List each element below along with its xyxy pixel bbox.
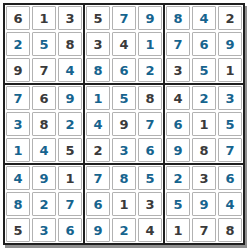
cell-r3c1[interactable]: 9 (6, 58, 30, 82)
cell-r1c5[interactable]: 7 (112, 6, 136, 30)
cell-r2c6[interactable]: 1 (138, 32, 162, 56)
cell-r7c2[interactable]: 9 (32, 166, 56, 190)
cell-r3c5[interactable]: 6 (112, 58, 136, 82)
cell-r5c8[interactable]: 1 (192, 112, 216, 136)
cell-r6c4[interactable]: 2 (86, 138, 110, 162)
cell-r5c4[interactable]: 4 (86, 112, 110, 136)
cell-r8c5[interactable]: 1 (112, 192, 136, 216)
cell-r2c3[interactable]: 8 (58, 32, 82, 56)
box-2-2: 158497236 (85, 85, 163, 163)
cell-r6c6[interactable]: 6 (138, 138, 162, 162)
cell-r5c1[interactable]: 3 (6, 112, 30, 136)
cell-r2c4[interactable]: 3 (86, 32, 110, 56)
cell-r1c3[interactable]: 3 (58, 6, 82, 30)
cell-r3c2[interactable]: 7 (32, 58, 56, 82)
cell-r1c2[interactable]: 1 (32, 6, 56, 30)
cell-r7c6[interactable]: 5 (138, 166, 162, 190)
cell-r1c8[interactable]: 4 (192, 6, 216, 30)
cell-r8c2[interactable]: 2 (32, 192, 56, 216)
cell-r7c5[interactable]: 8 (112, 166, 136, 190)
cell-r8c1[interactable]: 8 (6, 192, 30, 216)
cell-r5c2[interactable]: 8 (32, 112, 56, 136)
cell-r6c2[interactable]: 4 (32, 138, 56, 162)
cell-r5c6[interactable]: 7 (138, 112, 162, 136)
box-3-3: 236594178 (165, 165, 243, 243)
cell-r6c9[interactable]: 7 (218, 138, 242, 162)
cell-r2c5[interactable]: 4 (112, 32, 136, 56)
cell-r1c6[interactable]: 9 (138, 6, 162, 30)
cell-r4c4[interactable]: 1 (86, 86, 110, 110)
cell-r7c7[interactable]: 2 (166, 166, 190, 190)
box-3-1: 491827536 (5, 165, 83, 243)
cell-r8c7[interactable]: 5 (166, 192, 190, 216)
cell-r9c5[interactable]: 2 (112, 218, 136, 242)
cell-r6c8[interactable]: 8 (192, 138, 216, 162)
cell-r4c8[interactable]: 2 (192, 86, 216, 110)
cell-r4c2[interactable]: 6 (32, 86, 56, 110)
cell-r9c9[interactable]: 8 (218, 218, 242, 242)
cell-r3c9[interactable]: 1 (218, 58, 242, 82)
cell-r3c8[interactable]: 5 (192, 58, 216, 82)
cell-r7c4[interactable]: 7 (86, 166, 110, 190)
cell-r4c9[interactable]: 3 (218, 86, 242, 110)
cell-r6c7[interactable]: 9 (166, 138, 190, 162)
cell-r5c7[interactable]: 6 (166, 112, 190, 136)
cell-r7c9[interactable]: 6 (218, 166, 242, 190)
cell-r2c7[interactable]: 7 (166, 32, 190, 56)
cell-r2c9[interactable]: 9 (218, 32, 242, 56)
cell-r9c6[interactable]: 4 (138, 218, 162, 242)
cell-r4c7[interactable]: 4 (166, 86, 190, 110)
cell-r9c2[interactable]: 3 (32, 218, 56, 242)
cell-r8c6[interactable]: 3 (138, 192, 162, 216)
cell-r1c7[interactable]: 8 (166, 6, 190, 30)
cell-r2c2[interactable]: 5 (32, 32, 56, 56)
cell-r5c3[interactable]: 2 (58, 112, 82, 136)
sudoku-board: 6132589745793418628427693517693821451584… (3, 3, 245, 245)
cell-r8c3[interactable]: 7 (58, 192, 82, 216)
cell-r9c1[interactable]: 5 (6, 218, 30, 242)
cell-r4c1[interactable]: 7 (6, 86, 30, 110)
cell-r8c8[interactable]: 9 (192, 192, 216, 216)
box-1-3: 842769351 (165, 5, 243, 83)
cell-r2c1[interactable]: 2 (6, 32, 30, 56)
cell-r8c9[interactable]: 4 (218, 192, 242, 216)
cell-r1c9[interactable]: 2 (218, 6, 242, 30)
cell-r6c3[interactable]: 5 (58, 138, 82, 162)
box-2-3: 423615987 (165, 85, 243, 163)
box-1-1: 613258974 (5, 5, 83, 83)
cell-r4c5[interactable]: 5 (112, 86, 136, 110)
cell-r4c3[interactable]: 9 (58, 86, 82, 110)
box-1-2: 579341862 (85, 5, 163, 83)
cell-r7c8[interactable]: 3 (192, 166, 216, 190)
cell-r9c4[interactable]: 9 (86, 218, 110, 242)
cell-r7c3[interactable]: 1 (58, 166, 82, 190)
page: 6132589745793418628427693517693821451584… (0, 0, 250, 248)
cell-r6c1[interactable]: 1 (6, 138, 30, 162)
cell-r9c3[interactable]: 6 (58, 218, 82, 242)
cell-r3c3[interactable]: 4 (58, 58, 82, 82)
cell-r2c8[interactable]: 6 (192, 32, 216, 56)
cell-r8c4[interactable]: 6 (86, 192, 110, 216)
cell-r3c4[interactable]: 8 (86, 58, 110, 82)
cell-r1c1[interactable]: 6 (6, 6, 30, 30)
cell-r3c7[interactable]: 3 (166, 58, 190, 82)
cell-r4c6[interactable]: 8 (138, 86, 162, 110)
cell-r5c5[interactable]: 9 (112, 112, 136, 136)
box-3-2: 785613924 (85, 165, 163, 243)
cell-r3c6[interactable]: 2 (138, 58, 162, 82)
cell-r5c9[interactable]: 5 (218, 112, 242, 136)
cell-r1c4[interactable]: 5 (86, 6, 110, 30)
cell-r9c7[interactable]: 1 (166, 218, 190, 242)
box-2-1: 769382145 (5, 85, 83, 163)
cell-r7c1[interactable]: 4 (6, 166, 30, 190)
cell-r9c8[interactable]: 7 (192, 218, 216, 242)
cell-r6c5[interactable]: 3 (112, 138, 136, 162)
